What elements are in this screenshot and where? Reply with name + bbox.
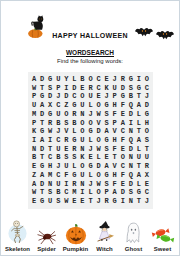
grid-cell-r3c3[interactable]: D	[46, 92, 54, 101]
grid-cell-r8c13[interactable]: Q	[127, 136, 135, 145]
grid-cell-r7c1[interactable]: K	[30, 127, 38, 136]
grid-cell-r12c1[interactable]: Z	[30, 171, 38, 180]
grid-cell-r14c6[interactable]: M	[70, 189, 78, 198]
grid-cell-r13c1[interactable]: A	[30, 180, 38, 189]
grid-cell-r15c7[interactable]: E	[78, 197, 86, 206]
bat-icon	[134, 26, 154, 40]
grid-cell-r10c12[interactable]: O	[119, 154, 127, 163]
grid-cell-r3c2[interactable]: G	[38, 92, 46, 101]
grid-cell-r4c3[interactable]: X	[46, 101, 54, 110]
grid-cell-r3c13[interactable]: B	[127, 92, 135, 101]
grid-cell-r15c10[interactable]: R	[103, 197, 111, 206]
grid-cell-r2c14[interactable]: G	[135, 84, 143, 93]
grid-cell-r7c11[interactable]: V	[111, 127, 119, 136]
grid-cell-r15c12[interactable]: I	[119, 197, 127, 206]
grid-cell-r2c12[interactable]: D	[119, 84, 127, 93]
grid-cell-r15c6[interactable]: E	[70, 197, 78, 206]
grid-cell-r11c15[interactable]: R	[143, 162, 151, 171]
grid-cell-r7c4[interactable]: J	[54, 127, 62, 136]
grid-cell-r4c15[interactable]: D	[143, 101, 151, 110]
grid-cell-r4c2[interactable]: A	[38, 101, 46, 110]
grid-cell-r14c4[interactable]: B	[54, 189, 62, 198]
grid-cell-r9c3[interactable]: T	[46, 145, 54, 154]
grid-cell-r15c5[interactable]: W	[62, 197, 70, 206]
grid-cell-r15c11[interactable]: G	[111, 197, 119, 206]
grid-cell-r3c6[interactable]: C	[70, 92, 78, 101]
grid-cell-r15c15[interactable]: J	[143, 197, 151, 206]
word-item-sweet: Sweet	[148, 218, 177, 252]
grid-cell-r5c10[interactable]: S	[103, 110, 111, 119]
grid-cell-r3c10[interactable]: J	[103, 92, 111, 101]
grid-cell-r1c2[interactable]: D	[38, 75, 46, 84]
grid-cell-r1c15[interactable]: O	[143, 75, 151, 84]
grid-cell-r1c3[interactable]: G	[46, 75, 54, 84]
grid-cell-r15c4[interactable]: S	[54, 197, 62, 206]
grid-cell-r2c9[interactable]: C	[95, 84, 103, 93]
grid-cell-r6c9[interactable]: V	[95, 119, 103, 128]
grid-cell-r14c13[interactable]: S	[127, 189, 135, 198]
grid-cell-r5c14[interactable]: L	[135, 110, 143, 119]
grid-cell-r11c10[interactable]: A	[103, 162, 111, 171]
spider-icon	[36, 218, 57, 245]
ghost-icon	[125, 218, 142, 245]
grid-cell-r14c5[interactable]: C	[62, 189, 70, 198]
bat-icon	[155, 29, 175, 43]
grid-cell-r11c11[interactable]: V	[111, 162, 119, 171]
skeleton-icon	[7, 218, 28, 245]
grid-cell-r6c3[interactable]: R	[46, 119, 54, 128]
grid-cell-r10c6[interactable]: S	[70, 154, 78, 163]
witch-icon	[95, 218, 114, 245]
grid-cell-r10c3[interactable]: C	[46, 154, 54, 163]
grid-cell-r12c7[interactable]: U	[78, 171, 86, 180]
grid-cell-r1c6[interactable]: L	[70, 75, 78, 84]
grid-cell-r9c8[interactable]: J	[86, 145, 94, 154]
grid-cell-r1c14[interactable]: I	[135, 75, 143, 84]
grid-cell-r7c7[interactable]: O	[78, 127, 86, 136]
sweet-icon	[150, 218, 175, 245]
grid-cell-r11c7[interactable]: O	[78, 162, 86, 171]
grid-cell-r8c6[interactable]: G	[70, 136, 78, 145]
word-label: Sweet	[154, 246, 171, 252]
grid-cell-r4c5[interactable]: Z	[62, 101, 70, 110]
grid-cell-r4c12[interactable]: F	[119, 101, 127, 110]
grid-cell-r10c10[interactable]: E	[103, 154, 111, 163]
grid-cell-r13c7[interactable]: N	[78, 180, 86, 189]
grid-cell-r8c12[interactable]: F	[119, 136, 127, 145]
grid-cell-r9c7[interactable]: N	[78, 145, 86, 154]
grid-cell-r4c6[interactable]: G	[70, 101, 78, 110]
grid-cell-r3c14[interactable]: T	[135, 92, 143, 101]
grid-cell-r2c15[interactable]: C	[143, 84, 151, 93]
grid-cell-r5c2[interactable]: D	[38, 110, 46, 119]
grid-cell-r14c15[interactable]: C	[143, 189, 151, 198]
grid-cell-r7c13[interactable]: N	[127, 127, 135, 136]
grid-cell-r6c11[interactable]: P	[111, 119, 119, 128]
grid-cell-r1c13[interactable]: G	[127, 75, 135, 84]
grid-cell-r13c8[interactable]: J	[86, 180, 94, 189]
grid-cell-r9c11[interactable]: F	[111, 145, 119, 154]
grid-cell-r14c14[interactable]: G	[135, 189, 143, 198]
grid-cell-r11c6[interactable]: L	[70, 162, 78, 171]
grid-cell-r6c12[interactable]: A	[119, 119, 127, 128]
grid-cell-r10c5[interactable]: S	[62, 154, 70, 163]
grid-cell-r3c15[interactable]: J	[143, 92, 151, 101]
grid-cell-r10c7[interactable]: K	[78, 154, 86, 163]
grid-cell-r9c10[interactable]: S	[103, 145, 111, 154]
grid-cell-r7c15[interactable]: O	[143, 127, 151, 136]
grid-cell-r12c13[interactable]: Q	[127, 171, 135, 180]
word-label: Spider	[37, 246, 56, 252]
grid-cell-r3c4[interactable]: J	[54, 92, 62, 101]
grid-cell-r15c8[interactable]: T	[86, 197, 94, 206]
grid-cell-r11c5[interactable]: U	[62, 162, 70, 171]
grid-cell-r9c6[interactable]: R	[70, 145, 78, 154]
grid-cell-r8c4[interactable]: C	[54, 136, 62, 145]
grid-cell-r9c14[interactable]: L	[135, 145, 143, 154]
grid-cell-r7c8[interactable]: G	[86, 127, 94, 136]
grid-cell-r8c3[interactable]: I	[46, 136, 54, 145]
grid-cell-r13c6[interactable]: R	[70, 180, 78, 189]
grid-cell-r2c2[interactable]: T	[38, 84, 46, 93]
grid-cell-r13c10[interactable]: S	[103, 180, 111, 189]
grid-cell-r6c1[interactable]: P	[30, 119, 38, 128]
grid-cell-r6c7[interactable]: O	[78, 119, 86, 128]
grid-cell-r14c8[interactable]: L	[86, 189, 94, 198]
grid-cell-r12c12[interactable]: F	[119, 171, 127, 180]
grid-cell-r7c9[interactable]: D	[95, 127, 103, 136]
word-item-pumpkin: Pumpkin	[61, 218, 90, 252]
grid-cell-r11c9[interactable]: D	[95, 162, 103, 171]
grid-cell-r12c5[interactable]: F	[62, 171, 70, 180]
grid-cell-r5c9[interactable]: W	[95, 110, 103, 119]
grid-cell-r15c9[interactable]: J	[95, 197, 103, 206]
grid-cell-r1c11[interactable]: J	[111, 75, 119, 84]
grid-cell-r11c2[interactable]: G	[38, 162, 46, 171]
grid-cell-r14c12[interactable]: D	[119, 189, 127, 198]
grid-cell-r12c4[interactable]: C	[54, 171, 62, 180]
word-item-spider: Spider	[32, 218, 61, 252]
grid-cell-r5c5[interactable]: O	[62, 110, 70, 119]
grid-cell-r9c13[interactable]: D	[127, 145, 135, 154]
grid-cell-r3c12[interactable]: G	[119, 92, 127, 101]
grid-cell-r5c1[interactable]: M	[30, 110, 38, 119]
grid-cell-r8c15[interactable]: S	[143, 136, 151, 145]
grid-cell-r7c5[interactable]: V	[62, 127, 70, 136]
grid-cell-r10c4[interactable]: B	[54, 154, 62, 163]
grid-cell-r1c1[interactable]: A	[30, 75, 38, 84]
grid-cell-r2c13[interactable]: S	[127, 84, 135, 93]
grid-cell-r10c9[interactable]: L	[95, 154, 103, 163]
grid-cell-r4c10[interactable]: G	[103, 101, 111, 110]
grid-cell-r5c15[interactable]: G	[143, 110, 151, 119]
grid-cell-r6c13[interactable]: I	[127, 119, 135, 128]
grid-cell-r2c3[interactable]: S	[46, 84, 54, 93]
grid-cell-r14c1[interactable]: W	[30, 189, 38, 198]
grid-cell-r4c9[interactable]: O	[95, 101, 103, 110]
grid-cell-r8c9[interactable]: O	[95, 136, 103, 145]
grid-cell-r11c8[interactable]: G	[86, 162, 94, 171]
grid-cell-r8c2[interactable]: A	[38, 136, 46, 145]
grid-cell-r8c10[interactable]: G	[103, 136, 111, 145]
grid-cell-r12c6[interactable]: G	[70, 171, 78, 180]
grid-cell-r9c15[interactable]: T	[143, 145, 151, 154]
grid-cell-r5c8[interactable]: J	[86, 110, 94, 119]
grid-cell-r7c10[interactable]: A	[103, 127, 111, 136]
grid-cell-r2c4[interactable]: P	[54, 84, 62, 93]
word-label: Skeleton	[5, 246, 30, 252]
grid-cell-r14c9[interactable]: O	[95, 189, 103, 198]
grid-cell-r11c4[interactable]: J	[54, 162, 62, 171]
grid-cell-r12c15[interactable]: X	[143, 171, 151, 180]
grid-cell-r1c8[interactable]: O	[86, 75, 94, 84]
grid-cell-r1c4[interactable]: U	[54, 75, 62, 84]
grid-cell-r15c14[interactable]: T	[135, 197, 143, 206]
word-label: Pumpkin	[63, 246, 88, 252]
grid-cell-r6c4[interactable]: B	[54, 119, 62, 128]
word-item-ghost: Ghost	[119, 218, 148, 252]
word-item-skeleton: Skeleton	[3, 218, 32, 252]
grid-cell-r2c8[interactable]: R	[86, 84, 94, 93]
grid-cell-r1c10[interactable]: E	[103, 75, 111, 84]
grid-cell-r11c14[interactable]: T	[135, 162, 143, 171]
grid-cell-r8c7[interactable]: U	[78, 136, 86, 145]
grid-cell-r12c14[interactable]: A	[135, 171, 143, 180]
word-label: Ghost	[125, 246, 142, 252]
grid-cell-r5c4[interactable]: U	[54, 110, 62, 119]
grid-cell-r11c3[interactable]: H	[46, 162, 54, 171]
grid-cell-r9c9[interactable]: W	[95, 145, 103, 154]
grid-cell-r13c14[interactable]: L	[135, 180, 143, 189]
grid-cell-r13c2[interactable]: D	[38, 180, 46, 189]
grid-cell-r6c2[interactable]: T	[38, 119, 46, 128]
grid-cell-r14c2[interactable]: T	[38, 189, 46, 198]
grid-cell-r8c14[interactable]: A	[135, 136, 143, 145]
grid-cell-r2c7[interactable]: E	[78, 84, 86, 93]
grid-cell-r5c11[interactable]: F	[111, 110, 119, 119]
puzzle-heading: WORDSEARCH	[1, 49, 179, 56]
grid-cell-r15c1[interactable]: E	[30, 197, 38, 206]
grid-cell-r10c2[interactable]: T	[38, 154, 46, 163]
grid-cell-r7c2[interactable]: G	[38, 127, 46, 136]
grid-cell-r1c7[interactable]: B	[78, 75, 86, 84]
grid-cell-r7c6[interactable]: L	[70, 127, 78, 136]
grid-cell-r12c11[interactable]: H	[111, 171, 119, 180]
grid-cell-r13c11[interactable]: F	[111, 180, 119, 189]
grid-cell-r3c7[interactable]: O	[78, 92, 86, 101]
grid-background: ADGUYLBOCEJRGIOWTSPIDERCKUDSGCPGDJDCOUEJ…	[28, 72, 153, 209]
grid-cell-r12c2[interactable]: A	[38, 171, 46, 180]
grid-cell-r12c8[interactable]: L	[86, 171, 94, 180]
grid-cell-r11c13[interactable]: N	[127, 162, 135, 171]
grid-cell-r1c5[interactable]: Y	[62, 75, 70, 84]
grid-cell-r12c10[interactable]: G	[103, 171, 111, 180]
grid-cell-r6c5[interactable]: S	[62, 119, 70, 128]
grid-cell-r15c13[interactable]: N	[127, 197, 135, 206]
grid-cell-r2c6[interactable]: D	[70, 84, 78, 93]
grid-cell-r12c9[interactable]: O	[95, 171, 103, 180]
grid-cell-r12c3[interactable]: M	[46, 171, 54, 180]
grid-cell-r15c2[interactable]: G	[38, 197, 46, 206]
grid-cell-r10c15[interactable]: U	[143, 154, 151, 163]
grid-cell-r5c3[interactable]: G	[46, 110, 54, 119]
bats-icons	[134, 26, 176, 44]
grid-cell-r3c5[interactable]: D	[62, 92, 70, 101]
grid-cell-r8c11[interactable]: H	[111, 136, 119, 145]
grid-cell-r6c15[interactable]: H	[143, 119, 151, 128]
grid-cell-r15c3[interactable]: U	[46, 197, 54, 206]
grid-cell-r5c7[interactable]: N	[78, 110, 86, 119]
grid-cell-r4c1[interactable]: U	[30, 101, 38, 110]
grid-cell-r13c9[interactable]: W	[95, 180, 103, 189]
grid-cell-r13c15[interactable]: E	[143, 180, 151, 189]
grid-cell-r7c3[interactable]: W	[46, 127, 54, 136]
grid-cell-r9c5[interactable]: E	[62, 145, 70, 154]
grid-cell-r6c14[interactable]: L	[135, 119, 143, 128]
worksheet-page: HAPPY HALLOWEEN WORDSEARCH Find the foll…	[0, 0, 180, 256]
pumpkin-icon	[64, 218, 88, 245]
grid-cell-r8c5[interactable]: R	[62, 136, 70, 145]
grid-cell-r7c12[interactable]: C	[119, 127, 127, 136]
grid-cell-r1c9[interactable]: C	[95, 75, 103, 84]
grid-cell-r10c14[interactable]: U	[135, 154, 143, 163]
word-item-witch: Witch	[90, 218, 119, 252]
grid-cell-r14c11[interactable]: A	[111, 189, 119, 198]
word-search-grid: ADGUYLBOCEJRGIOWTSPIDERCKUDSGCPGDJDCOUEJ…	[28, 72, 153, 209]
grid-cell-r4c11[interactable]: H	[111, 101, 119, 110]
grid-cell-r4c4[interactable]: C	[54, 101, 62, 110]
grid-cell-r13c4[interactable]: U	[54, 180, 62, 189]
grid-cell-r4c14[interactable]: A	[135, 101, 143, 110]
grid-cell-r3c8[interactable]: U	[86, 92, 94, 101]
grid-cell-r14c7[interactable]: I	[78, 189, 86, 198]
grid-cell-r8c8[interactable]: L	[86, 136, 94, 145]
grid-cell-r5c12[interactable]: E	[119, 110, 127, 119]
grid-cell-r14c10[interactable]: P	[103, 189, 111, 198]
grid-cell-r2c10[interactable]: K	[103, 84, 111, 93]
grid-cell-r13c12[interactable]: E	[119, 180, 127, 189]
word-label: Witch	[96, 246, 112, 252]
grid-cell-r2c11[interactable]: U	[111, 84, 119, 93]
grid-cell-r4c8[interactable]: L	[86, 101, 94, 110]
grid-cell-r9c12[interactable]: E	[119, 145, 127, 154]
grid-cell-r6c10[interactable]: S	[103, 119, 111, 128]
word-list: Skeleton Spider	[3, 208, 177, 252]
grid-cell-r13c13[interactable]: D	[127, 180, 135, 189]
grid-cell-r9c4[interactable]: U	[54, 145, 62, 154]
grid-cell-r5c13[interactable]: D	[127, 110, 135, 119]
grid-cell-r3c9[interactable]: E	[95, 92, 103, 101]
grid-cell-r6c6[interactable]: B	[70, 119, 78, 128]
grid-cell-r2c5[interactable]: I	[62, 84, 70, 93]
grid-cell-r13c3[interactable]: N	[46, 180, 54, 189]
grid-cell-r11c1[interactable]: E	[30, 162, 38, 171]
grid-cell-r14c3[interactable]: S	[46, 189, 54, 198]
grid-cell-r6c8[interactable]: O	[86, 119, 94, 128]
grid-cell-r10c11[interactable]: T	[111, 154, 119, 163]
grid-cell-r10c13[interactable]: N	[127, 154, 135, 163]
grid-cell-r3c11[interactable]: P	[111, 92, 119, 101]
grid-cell-r4c7[interactable]: U	[78, 101, 86, 110]
grid-cell-r11c12[interactable]: C	[119, 162, 127, 171]
grid-cell-r3c1[interactable]: P	[30, 92, 38, 101]
grid-cell-r4c13[interactable]: Q	[127, 101, 135, 110]
grid-cell-r2c1[interactable]: W	[30, 84, 38, 93]
grid-cell-r7c14[interactable]: T	[135, 127, 143, 136]
grid-cell-r9c1[interactable]: N	[30, 145, 38, 154]
grid-cell-r10c8[interactable]: E	[86, 154, 94, 163]
grid-cell-r13c5[interactable]: I	[62, 180, 70, 189]
grid-cell-r5c6[interactable]: R	[70, 110, 78, 119]
grid-cell-r10c1[interactable]: B	[30, 154, 38, 163]
puzzle-instruction: Find the following words:	[1, 58, 179, 64]
grid-cell-r8c1[interactable]: I	[30, 136, 38, 145]
grid-cell-r9c2[interactable]: D	[38, 145, 46, 154]
grid-cell-r1c12[interactable]: R	[119, 75, 127, 84]
